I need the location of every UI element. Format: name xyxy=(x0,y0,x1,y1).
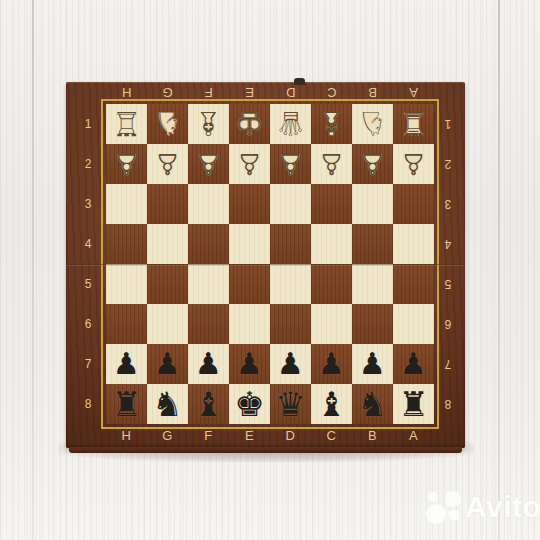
square-g3 xyxy=(147,184,188,224)
white-pawn-e2: ♟♙ xyxy=(229,144,270,184)
black-pawn-c7: ♟ xyxy=(311,344,352,384)
plank-seam-right xyxy=(498,0,500,540)
square-d1: ♛♕ xyxy=(270,104,311,144)
avito-watermark-text: Avito xyxy=(465,490,540,524)
square-a3 xyxy=(393,184,434,224)
square-f4 xyxy=(188,224,229,264)
white-king-e1: ♚♔ xyxy=(229,104,270,144)
square-e2: ♟♙ xyxy=(229,144,270,184)
rank-label-left-7: 7 xyxy=(78,344,98,384)
square-d3 xyxy=(270,184,311,224)
black-queen-d8: ♛ xyxy=(270,384,311,424)
black-knight-b8: ♞ xyxy=(352,384,393,424)
square-e5 xyxy=(229,264,270,304)
square-e6 xyxy=(229,304,270,344)
file-label-bottom-f: F xyxy=(188,426,229,446)
white-bishop-f1: ♝♗ xyxy=(188,104,229,144)
black-bishop-c8: ♝ xyxy=(311,384,352,424)
square-g2: ♟♙ xyxy=(147,144,188,184)
square-f5 xyxy=(188,264,229,304)
white-pawn-b2: ♟♙ xyxy=(352,144,393,184)
rank-label-left-5: 5 xyxy=(78,264,98,304)
rank-label-left-8: 8 xyxy=(78,384,98,424)
white-rook-a1: ♜♖ xyxy=(393,104,434,144)
square-f7: ♟ xyxy=(188,344,229,384)
black-rook-h8: ♜ xyxy=(106,384,147,424)
square-g6 xyxy=(147,304,188,344)
black-pawn-e7: ♟ xyxy=(229,344,270,384)
black-pawn-f7: ♟ xyxy=(188,344,229,384)
square-f8: ♝ xyxy=(188,384,229,424)
square-c7: ♟ xyxy=(311,344,352,384)
board-fold-seam xyxy=(66,264,465,266)
square-e1: ♚♔ xyxy=(229,104,270,144)
square-c1: ♝♗ xyxy=(311,104,352,144)
square-b1: ♞♘ xyxy=(352,104,393,144)
square-b5 xyxy=(352,264,393,304)
square-a2: ♟♙ xyxy=(393,144,434,184)
rank-label-left-1: 1 xyxy=(78,104,98,144)
black-pawn-d7: ♟ xyxy=(270,344,311,384)
square-d4 xyxy=(270,224,311,264)
square-g1: ♞♘ xyxy=(147,104,188,144)
square-g7: ♟ xyxy=(147,344,188,384)
rank-label-left-6: 6 xyxy=(78,304,98,344)
square-e3 xyxy=(229,184,270,224)
white-rook-h1: ♜♖ xyxy=(106,104,147,144)
square-f6 xyxy=(188,304,229,344)
square-e8: ♚ xyxy=(229,384,270,424)
square-f2: ♟♙ xyxy=(188,144,229,184)
black-pawn-a7: ♟ xyxy=(393,344,434,384)
file-label-bottom-h: H xyxy=(106,426,147,446)
file-label-bottom-d: D xyxy=(270,426,311,446)
black-rook-a8: ♜ xyxy=(393,384,434,424)
rank-label-left-3: 3 xyxy=(78,184,98,224)
square-e7: ♟ xyxy=(229,344,270,384)
square-d2: ♟♙ xyxy=(270,144,311,184)
file-label-bottom-b: B xyxy=(352,426,393,446)
board-side-edge xyxy=(69,447,462,453)
file-label-bottom-c: C xyxy=(311,426,352,446)
square-h1: ♜♖ xyxy=(106,104,147,144)
square-b2: ♟♙ xyxy=(352,144,393,184)
rank-label-right-1: 1 xyxy=(438,104,458,144)
square-h8: ♜ xyxy=(106,384,147,424)
plank-seam-left xyxy=(32,0,34,540)
white-pawn-d2: ♟♙ xyxy=(270,144,311,184)
white-bishop-c1: ♝♗ xyxy=(311,104,352,144)
square-d6 xyxy=(270,304,311,344)
black-pawn-g7: ♟ xyxy=(147,344,188,384)
white-pawn-c2: ♟♙ xyxy=(311,144,352,184)
white-pawn-a2: ♟♙ xyxy=(393,144,434,184)
black-pawn-h7: ♟ xyxy=(106,344,147,384)
square-c2: ♟♙ xyxy=(311,144,352,184)
square-b7: ♟ xyxy=(352,344,393,384)
white-queen-d1: ♛♕ xyxy=(270,104,311,144)
file-label-bottom-e: E xyxy=(229,426,270,446)
black-knight-g8: ♞ xyxy=(147,384,188,424)
square-b8: ♞ xyxy=(352,384,393,424)
black-bishop-f8: ♝ xyxy=(188,384,229,424)
file-labels-bottom: HGFEDCBA xyxy=(106,426,434,446)
square-c4 xyxy=(311,224,352,264)
chessboard: HGFEDCBA HGFEDCBA 12345678 12345678 ♜♖♞♘… xyxy=(66,82,465,448)
rank-label-right-2: 2 xyxy=(438,144,458,184)
white-knight-g1: ♞♘ xyxy=(147,104,188,144)
rank-label-left-2: 2 xyxy=(78,144,98,184)
square-h2: ♟♙ xyxy=(106,144,147,184)
square-c3 xyxy=(311,184,352,224)
white-pawn-h2: ♟♙ xyxy=(106,144,147,184)
square-a4 xyxy=(393,224,434,264)
square-h6 xyxy=(106,304,147,344)
white-knight-b1: ♞♘ xyxy=(352,104,393,144)
rank-label-right-6: 6 xyxy=(438,304,458,344)
square-d7: ♟ xyxy=(270,344,311,384)
square-h7: ♟ xyxy=(106,344,147,384)
square-c8: ♝ xyxy=(311,384,352,424)
square-h4 xyxy=(106,224,147,264)
square-d8: ♛ xyxy=(270,384,311,424)
square-a5 xyxy=(393,264,434,304)
square-c5 xyxy=(311,264,352,304)
square-b6 xyxy=(352,304,393,344)
square-g8: ♞ xyxy=(147,384,188,424)
rank-label-left-4: 4 xyxy=(78,224,98,264)
square-b4 xyxy=(352,224,393,264)
rank-label-right-4: 4 xyxy=(438,224,458,264)
square-a6 xyxy=(393,304,434,344)
square-h3 xyxy=(106,184,147,224)
square-e4 xyxy=(229,224,270,264)
square-b3 xyxy=(352,184,393,224)
rank-label-right-5: 5 xyxy=(438,264,458,304)
rank-label-right-8: 8 xyxy=(438,384,458,424)
black-king-e8: ♚ xyxy=(229,384,270,424)
avito-watermark: Avito xyxy=(426,488,540,526)
white-pawn-f2: ♟♙ xyxy=(188,144,229,184)
rank-label-right-3: 3 xyxy=(438,184,458,224)
rank-label-right-7: 7 xyxy=(438,344,458,384)
white-pawn-g2: ♟♙ xyxy=(147,144,188,184)
square-f1: ♝♗ xyxy=(188,104,229,144)
file-label-bottom-g: G xyxy=(147,426,188,446)
square-g4 xyxy=(147,224,188,264)
square-a1: ♜♖ xyxy=(393,104,434,144)
black-pawn-b7: ♟ xyxy=(352,344,393,384)
square-c6 xyxy=(311,304,352,344)
square-f3 xyxy=(188,184,229,224)
square-g5 xyxy=(147,264,188,304)
square-h5 xyxy=(106,264,147,304)
avito-logo-icon xyxy=(426,488,462,526)
photo-scene: HGFEDCBA HGFEDCBA 12345678 12345678 ♜♖♞♘… xyxy=(0,0,540,540)
square-a7: ♟ xyxy=(393,344,434,384)
file-label-bottom-a: A xyxy=(393,426,434,446)
square-a8: ♜ xyxy=(393,384,434,424)
square-d5 xyxy=(270,264,311,304)
